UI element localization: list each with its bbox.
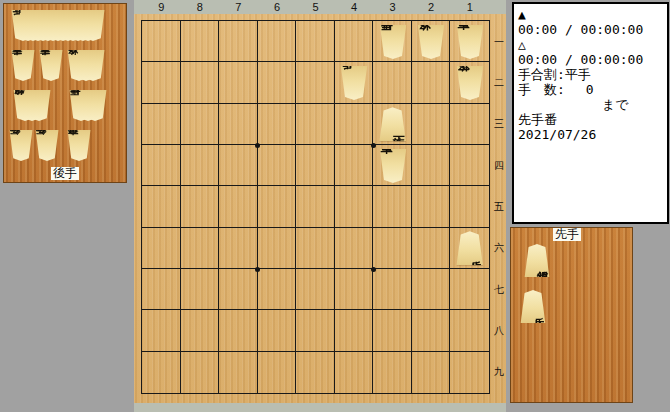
board-cell[interactable] (181, 145, 220, 186)
board-cell[interactable] (412, 62, 451, 103)
board-cell[interactable] (412, 228, 451, 269)
board-cell[interactable] (142, 228, 181, 269)
board-cell[interactable] (296, 228, 335, 269)
rank-label: 五 (492, 200, 506, 214)
board-cell[interactable] (258, 269, 297, 310)
board-cell[interactable] (335, 186, 374, 227)
handicap-line: 手合割:平手 (518, 67, 663, 82)
board-cell[interactable] (450, 186, 489, 227)
file-label: 3 (390, 1, 396, 13)
board-cell[interactable] (258, 145, 297, 186)
rank-label: 六 (492, 241, 506, 255)
board-cell[interactable] (335, 104, 374, 145)
board-cell[interactable] (258, 186, 297, 227)
board-cell[interactable] (219, 310, 258, 351)
board-cell[interactable] (181, 62, 220, 103)
file-label: 4 (351, 1, 357, 13)
board-cell[interactable] (258, 21, 297, 62)
board-cell[interactable] (296, 186, 335, 227)
turn-indicator: 先手番 (518, 112, 663, 127)
gote-hand-tray: 後手 歩兵歩兵歩兵歩兵歩兵歩兵歩兵歩兵歩兵歩兵歩兵歩兵歩兵歩兵歩兵香車香車金将金… (3, 3, 127, 183)
board-cell[interactable] (373, 62, 412, 103)
hand-piece-gote[interactable]: 角行 (34, 130, 60, 161)
board-cell[interactable] (296, 310, 335, 351)
board-grid: 桂馬金将香車歩兵玉将龍王香車歩兵 (141, 20, 490, 394)
board-cell[interactable] (412, 269, 451, 310)
board-cell[interactable] (181, 186, 220, 227)
sente-tray-label: 先手 (553, 228, 581, 241)
board-cell[interactable] (296, 104, 335, 145)
board-bottom-strip (134, 403, 506, 412)
board-cell[interactable] (296, 62, 335, 103)
star-point (255, 267, 260, 272)
board-cell[interactable] (412, 352, 451, 393)
rank-label: 八 (492, 324, 506, 338)
board-cell[interactable] (373, 310, 412, 351)
board-cell[interactable] (142, 186, 181, 227)
board-cell[interactable] (296, 269, 335, 310)
star-point (371, 267, 376, 272)
board-cell[interactable] (335, 310, 374, 351)
sente-clock: 00:00 / 00:00:00 (518, 22, 663, 37)
shogi-app-window: 後手 歩兵歩兵歩兵歩兵歩兵歩兵歩兵歩兵歩兵歩兵歩兵歩兵歩兵歩兵歩兵香車香車金将金… (0, 0, 670, 412)
board-cell[interactable] (412, 104, 451, 145)
board-cell[interactable] (450, 352, 489, 393)
board-cell[interactable] (219, 21, 258, 62)
board-cell[interactable] (412, 186, 451, 227)
board-cell[interactable] (219, 62, 258, 103)
board-cell[interactable] (450, 145, 489, 186)
rank-label: 七 (492, 283, 506, 297)
board-cell[interactable] (219, 186, 258, 227)
board-cell[interactable] (335, 145, 374, 186)
gote-tray-label: 後手 (51, 167, 79, 180)
board-cell[interactable] (142, 310, 181, 351)
board-surface: 桂馬金将香車歩兵玉将龍王香車歩兵 一二三四五六七八九 (134, 14, 506, 403)
board-cell[interactable] (142, 104, 181, 145)
board-cell[interactable] (219, 145, 258, 186)
star-point (255, 143, 260, 148)
board-cell[interactable] (412, 310, 451, 351)
board-cell[interactable] (258, 104, 297, 145)
board-cell[interactable] (335, 21, 374, 62)
board-cell[interactable] (296, 21, 335, 62)
hand-piece-gote[interactable]: 香車 (38, 50, 64, 81)
gote-clock-marker: △ (518, 37, 663, 52)
file-label: 6 (274, 1, 280, 13)
file-label: 7 (235, 1, 241, 13)
hand-piece-sente[interactable]: 銀将 (523, 244, 551, 277)
board-cell[interactable] (181, 352, 220, 393)
board-cell[interactable] (335, 352, 374, 393)
rank-label: 九 (492, 365, 506, 379)
board-cell[interactable] (219, 269, 258, 310)
sente-clock-marker: ▲ (518, 7, 663, 22)
made-line: まで (518, 97, 663, 112)
board-cell[interactable] (219, 352, 258, 393)
board-cell[interactable] (296, 145, 335, 186)
move-count-line: 手 数: 0 (518, 82, 663, 97)
board-cell[interactable] (258, 352, 297, 393)
board-cell[interactable] (450, 269, 489, 310)
board-cell[interactable] (296, 352, 335, 393)
board-cell[interactable] (412, 145, 451, 186)
board-cell[interactable] (142, 269, 181, 310)
board-cell[interactable] (181, 228, 220, 269)
board-cell[interactable] (450, 104, 489, 145)
game-date: 2021/07/26 (518, 127, 663, 142)
rank-label: 二 (492, 76, 506, 90)
board-cell[interactable] (219, 104, 258, 145)
board-cell[interactable] (142, 62, 181, 103)
board-cell[interactable] (258, 310, 297, 351)
game-info-panel: ▲00:00 / 00:00:00△00:00 / 00:00:00手合割:平手… (512, 2, 669, 224)
board-cell[interactable] (373, 352, 412, 393)
sente-hand-tray: 先手 銀将歩兵 (510, 227, 633, 403)
shogi-board: 987654321 桂馬金将香車歩兵玉将龍王香車歩兵 一二三四五六七八九 (134, 0, 506, 412)
star-point (371, 143, 376, 148)
rank-label: 四 (492, 159, 506, 173)
gote-clock: 00:00 / 00:00:00 (518, 52, 663, 67)
hand-piece-gote[interactable]: 角行 (8, 130, 34, 161)
rank-label: 三 (492, 117, 506, 131)
hand-piece-sente[interactable]: 歩兵 (519, 290, 547, 323)
rank-label: 一 (492, 35, 506, 49)
hand-piece-gote[interactable]: 香車 (10, 50, 36, 81)
file-label: 2 (428, 1, 434, 13)
hand-piece-gote[interactable]: 飛車 (66, 130, 92, 161)
board-cell[interactable] (142, 145, 181, 186)
board-cell[interactable] (335, 269, 374, 310)
board-cell[interactable] (258, 228, 297, 269)
board-cell[interactable] (142, 21, 181, 62)
board-cell[interactable] (450, 310, 489, 351)
file-label: 9 (158, 1, 164, 13)
board-cell[interactable] (181, 269, 220, 310)
file-label: 8 (197, 1, 203, 13)
file-coordinate-strip: 987654321 (134, 0, 506, 14)
board-cell[interactable] (373, 269, 412, 310)
file-label: 5 (312, 1, 318, 13)
board-cell[interactable] (181, 310, 220, 351)
board-cell[interactable] (219, 228, 258, 269)
file-label: 1 (467, 1, 473, 13)
board-cell[interactable] (258, 62, 297, 103)
board-cell[interactable] (335, 228, 374, 269)
board-cell[interactable] (181, 21, 220, 62)
board-cell[interactable] (373, 186, 412, 227)
board-cell[interactable] (181, 104, 220, 145)
board-cell[interactable] (142, 352, 181, 393)
board-cell[interactable] (373, 228, 412, 269)
